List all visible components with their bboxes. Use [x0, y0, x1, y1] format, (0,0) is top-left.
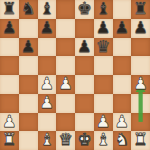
white-pawn[interactable]: ♟ — [56, 75, 75, 94]
square-c6[interactable] — [38, 38, 57, 57]
square-d2[interactable] — [56, 113, 75, 132]
square-b6[interactable]: ♟ — [19, 38, 38, 57]
square-e1[interactable]: ♚ — [75, 131, 94, 150]
square-e5[interactable] — [75, 56, 94, 75]
square-g4[interactable] — [113, 75, 132, 94]
square-b3[interactable] — [19, 94, 38, 113]
square-d5[interactable] — [56, 56, 75, 75]
square-h3[interactable] — [131, 94, 150, 113]
square-e6[interactable]: ♟ — [75, 38, 94, 57]
square-a2[interactable]: ♟ — [0, 113, 19, 132]
black-queen[interactable]: ♛ — [94, 38, 113, 57]
square-g5[interactable] — [113, 56, 132, 75]
square-f8[interactable]: ♝ — [94, 0, 113, 19]
square-e2[interactable] — [75, 113, 94, 132]
square-h2[interactable] — [131, 113, 150, 132]
square-g8[interactable] — [113, 0, 132, 19]
square-g6[interactable] — [113, 38, 132, 57]
square-e8[interactable]: ♚ — [75, 0, 94, 19]
square-d6[interactable] — [56, 38, 75, 57]
square-d4[interactable]: ♟ — [56, 75, 75, 94]
square-a5[interactable] — [0, 56, 19, 75]
black-king[interactable]: ♚ — [75, 0, 94, 19]
black-pawn[interactable]: ♟ — [113, 19, 132, 38]
square-c7[interactable]: ♟ — [38, 19, 57, 38]
square-a3[interactable] — [0, 94, 19, 113]
white-rook[interactable]: ♜ — [131, 131, 150, 150]
square-c8[interactable]: ♝ — [38, 0, 57, 19]
black-bishop[interactable]: ♝ — [38, 0, 57, 19]
black-knight[interactable]: ♞ — [19, 0, 38, 19]
white-pawn[interactable]: ♟ — [0, 113, 19, 132]
square-d3[interactable] — [56, 94, 75, 113]
square-b8[interactable]: ♞ — [19, 0, 38, 19]
square-g2[interactable]: ♟ — [113, 113, 132, 132]
square-e4[interactable] — [75, 75, 94, 94]
square-a6[interactable] — [0, 38, 19, 57]
white-knight[interactable]: ♞ — [113, 131, 132, 150]
square-h8[interactable]: ♜ — [131, 0, 150, 19]
white-pawn[interactable]: ♟ — [38, 75, 57, 94]
black-pawn[interactable]: ♟ — [75, 38, 94, 57]
square-e7[interactable] — [75, 19, 94, 38]
black-pawn[interactable]: ♟ — [94, 19, 113, 38]
black-rook[interactable]: ♜ — [0, 0, 19, 19]
square-d1[interactable]: ♛ — [56, 131, 75, 150]
square-c5[interactable] — [38, 56, 57, 75]
white-pawn[interactable]: ♟ — [113, 113, 132, 132]
white-pawn[interactable]: ♟ — [94, 113, 113, 132]
square-f2[interactable]: ♟ — [94, 113, 113, 132]
square-c4[interactable]: ♟ — [38, 75, 57, 94]
square-d7[interactable] — [56, 19, 75, 38]
square-c1[interactable]: ♝ — [38, 131, 57, 150]
square-c3[interactable]: ♟ — [38, 94, 57, 113]
square-c2[interactable] — [38, 113, 57, 132]
square-h1[interactable]: ♜ — [131, 131, 150, 150]
square-g7[interactable]: ♟ — [113, 19, 132, 38]
square-h4[interactable]: ♟ — [131, 75, 150, 94]
white-pawn[interactable]: ♟ — [38, 94, 57, 113]
square-b7[interactable] — [19, 19, 38, 38]
square-d8[interactable] — [56, 0, 75, 19]
chess-board: ♜♞♝♚♝♜♟♟♟♟♟♟♟♛♟♟♟♟♟♟♟♜♝♛♚♝♞♜ — [0, 0, 150, 150]
white-pawn[interactable]: ♟ — [131, 75, 150, 94]
square-g1[interactable]: ♞ — [113, 131, 132, 150]
square-b1[interactable] — [19, 131, 38, 150]
square-f5[interactable] — [94, 56, 113, 75]
square-h6[interactable] — [131, 38, 150, 57]
square-e3[interactable] — [75, 94, 94, 113]
white-bishop[interactable]: ♝ — [94, 131, 113, 150]
white-queen[interactable]: ♛ — [56, 131, 75, 150]
square-a7[interactable]: ♟ — [0, 19, 19, 38]
square-f3[interactable] — [94, 94, 113, 113]
square-a4[interactable] — [0, 75, 19, 94]
square-g3[interactable] — [113, 94, 132, 113]
square-f6[interactable]: ♛ — [94, 38, 113, 57]
black-bishop[interactable]: ♝ — [94, 0, 113, 19]
square-a1[interactable]: ♜ — [0, 131, 19, 150]
white-rook[interactable]: ♜ — [0, 131, 19, 150]
square-h7[interactable]: ♟ — [131, 19, 150, 38]
square-f1[interactable]: ♝ — [94, 131, 113, 150]
black-pawn[interactable]: ♟ — [38, 19, 57, 38]
white-bishop[interactable]: ♝ — [38, 131, 57, 150]
white-king[interactable]: ♚ — [75, 131, 94, 150]
square-b4[interactable] — [19, 75, 38, 94]
black-pawn[interactable]: ♟ — [131, 19, 150, 38]
black-pawn[interactable]: ♟ — [19, 38, 38, 57]
square-f4[interactable] — [94, 75, 113, 94]
black-rook[interactable]: ♜ — [131, 0, 150, 19]
square-f7[interactable]: ♟ — [94, 19, 113, 38]
black-pawn[interactable]: ♟ — [0, 19, 19, 38]
chess-app: ♜♞♝♚♝♜♟♟♟♟♟♟♟♛♟♟♟♟♟♟♟♜♝♛♚♝♞♜ — [0, 0, 150, 150]
square-b2[interactable] — [19, 113, 38, 132]
square-h5[interactable] — [131, 56, 150, 75]
square-a8[interactable]: ♜ — [0, 0, 19, 19]
square-b5[interactable] — [19, 56, 38, 75]
